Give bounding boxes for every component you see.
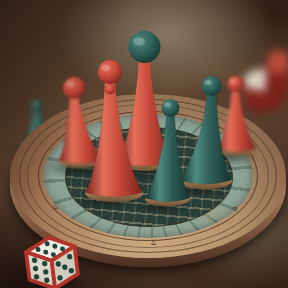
pawn-teal-front-center[interactable]	[139, 95, 196, 214]
pieces-layer	[0, 0, 288, 288]
pawn-graphic	[139, 95, 196, 214]
photo-scene: ▹▵▿	[0, 0, 288, 288]
die-graphic	[20, 231, 85, 288]
die-white-red-bottom-left[interactable]	[20, 231, 85, 288]
